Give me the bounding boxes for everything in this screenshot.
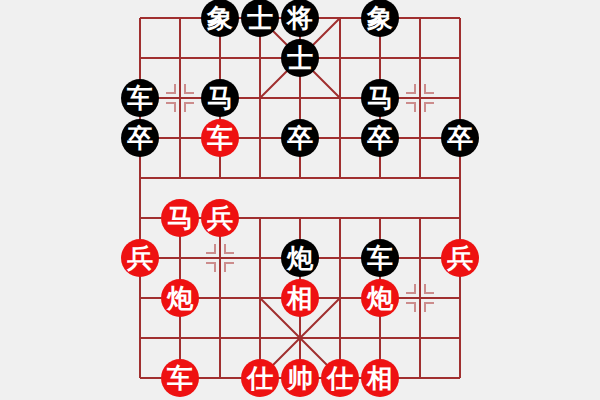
piece-black-soldier[interactable]: 卒	[361, 119, 399, 157]
piece-black-cannon[interactable]: 炮	[281, 239, 319, 277]
piece-red-soldier[interactable]: 兵	[121, 239, 159, 277]
piece-black-soldier[interactable]: 卒	[281, 119, 319, 157]
piece-red-advisor[interactable]: 仕	[241, 359, 279, 397]
piece-red-chariot[interactable]: 车	[201, 119, 239, 157]
piece-red-soldier[interactable]: 兵	[201, 199, 239, 237]
piece-black-chariot[interactable]: 车	[121, 79, 159, 117]
piece-red-cannon[interactable]: 炮	[361, 279, 399, 317]
piece-black-elephant[interactable]: 象	[361, 0, 399, 37]
piece-black-horse[interactable]: 马	[201, 79, 239, 117]
xiangqi-board: 象士将象士车马马卒车卒卒卒马兵兵炮车兵炮相炮车仕帅仕相	[0, 0, 600, 400]
piece-red-cannon[interactable]: 炮	[161, 279, 199, 317]
piece-red-general[interactable]: 帅	[281, 359, 319, 397]
piece-red-advisor[interactable]: 仕	[321, 359, 359, 397]
piece-red-chariot[interactable]: 车	[161, 359, 199, 397]
piece-black-advisor[interactable]: 士	[281, 39, 319, 77]
piece-layer: 象士将象士车马马卒车卒卒卒马兵兵炮车兵炮相炮车仕帅仕相	[120, 0, 480, 398]
piece-red-horse[interactable]: 马	[161, 199, 199, 237]
piece-black-horse[interactable]: 马	[361, 79, 399, 117]
piece-black-soldier[interactable]: 卒	[441, 119, 479, 157]
piece-black-advisor[interactable]: 士	[241, 0, 279, 37]
piece-red-elephant[interactable]: 相	[361, 359, 399, 397]
piece-red-elephant[interactable]: 相	[281, 279, 319, 317]
piece-black-soldier[interactable]: 卒	[121, 119, 159, 157]
piece-black-elephant[interactable]: 象	[201, 0, 239, 37]
piece-red-soldier[interactable]: 兵	[441, 239, 479, 277]
piece-black-chariot[interactable]: 车	[361, 239, 399, 277]
piece-black-general[interactable]: 将	[281, 0, 319, 37]
